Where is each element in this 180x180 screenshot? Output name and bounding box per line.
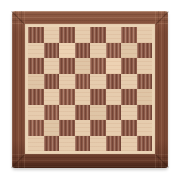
- maple-inlay-border: [25, 24, 155, 154]
- square-r3c6[interactable]: [121, 74, 137, 90]
- square-r3c4[interactable]: [90, 74, 106, 90]
- square-r5c0[interactable]: [28, 105, 44, 121]
- square-r7c0[interactable]: [28, 136, 44, 152]
- frame-miter-bottom-right: [155, 154, 169, 168]
- square-r4c4[interactable]: [90, 89, 106, 105]
- square-r3c1[interactable]: [44, 74, 60, 90]
- square-r2c5[interactable]: [106, 58, 122, 74]
- frame-left-rail: [12, 11, 25, 168]
- square-r6c4[interactable]: [90, 120, 106, 136]
- square-r4c5[interactable]: [106, 89, 122, 105]
- square-r1c1[interactable]: [44, 43, 60, 59]
- square-r0c6[interactable]: [121, 27, 137, 43]
- frame-miter-top-right: [155, 11, 169, 25]
- frame-top-rail: [12, 11, 168, 24]
- playing-field: [28, 27, 152, 151]
- square-r6c3[interactable]: [75, 120, 91, 136]
- square-r0c7[interactable]: [137, 27, 153, 43]
- square-r5c7[interactable]: [137, 105, 153, 121]
- square-r5c4[interactable]: [90, 105, 106, 121]
- square-r2c1[interactable]: [44, 58, 60, 74]
- square-r0c3[interactable]: [75, 27, 91, 43]
- square-r7c6[interactable]: [121, 136, 137, 152]
- square-r1c6[interactable]: [121, 43, 137, 59]
- square-r7c3[interactable]: [75, 136, 91, 152]
- square-r0c5[interactable]: [106, 27, 122, 43]
- square-r3c7[interactable]: [137, 74, 153, 90]
- square-r3c0[interactable]: [28, 74, 44, 90]
- square-r4c6[interactable]: [121, 89, 137, 105]
- square-r2c6[interactable]: [121, 58, 137, 74]
- square-r5c3[interactable]: [75, 105, 91, 121]
- square-r7c1[interactable]: [44, 136, 60, 152]
- square-r1c4[interactable]: [90, 43, 106, 59]
- square-r0c1[interactable]: [44, 27, 60, 43]
- frame-right-rail: [155, 11, 168, 168]
- square-r1c0[interactable]: [28, 43, 44, 59]
- square-r2c0[interactable]: [28, 58, 44, 74]
- square-r7c5[interactable]: [106, 136, 122, 152]
- square-r6c6[interactable]: [121, 120, 137, 136]
- square-r2c2[interactable]: [59, 58, 75, 74]
- square-r7c4[interactable]: [90, 136, 106, 152]
- square-r1c2[interactable]: [59, 43, 75, 59]
- square-r7c2[interactable]: [59, 136, 75, 152]
- square-r6c5[interactable]: [106, 120, 122, 136]
- square-r3c3[interactable]: [75, 74, 91, 90]
- square-r3c5[interactable]: [106, 74, 122, 90]
- square-r5c6[interactable]: [121, 105, 137, 121]
- square-r2c7[interactable]: [137, 58, 153, 74]
- square-r0c2[interactable]: [59, 27, 75, 43]
- square-r6c1[interactable]: [44, 120, 60, 136]
- photo-background: [0, 0, 180, 180]
- square-r1c5[interactable]: [106, 43, 122, 59]
- square-r2c4[interactable]: [90, 58, 106, 74]
- chess-board: [12, 11, 168, 168]
- square-r4c1[interactable]: [44, 89, 60, 105]
- square-r6c7[interactable]: [137, 120, 153, 136]
- frame-miter-bottom-left: [11, 154, 25, 168]
- square-r5c2[interactable]: [59, 105, 75, 121]
- square-r6c2[interactable]: [59, 120, 75, 136]
- square-r0c0[interactable]: [28, 27, 44, 43]
- square-r5c5[interactable]: [106, 105, 122, 121]
- frame-miter-top-left: [11, 11, 25, 25]
- square-r4c2[interactable]: [59, 89, 75, 105]
- square-r4c7[interactable]: [137, 89, 153, 105]
- square-r1c3[interactable]: [75, 43, 91, 59]
- square-r1c7[interactable]: [137, 43, 153, 59]
- square-r5c1[interactable]: [44, 105, 60, 121]
- square-r4c3[interactable]: [75, 89, 91, 105]
- square-r7c7[interactable]: [137, 136, 153, 152]
- square-r0c4[interactable]: [90, 27, 106, 43]
- square-r6c0[interactable]: [28, 120, 44, 136]
- square-r2c3[interactable]: [75, 58, 91, 74]
- square-r4c0[interactable]: [28, 89, 44, 105]
- frame-bottom-rail: [12, 154, 168, 168]
- square-r3c2[interactable]: [59, 74, 75, 90]
